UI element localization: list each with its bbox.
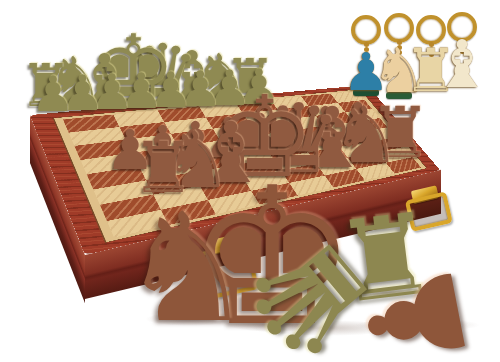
- product-photo-scene: ♜♞♝♛♚♝♞♜♟♟♟♟♟♟♟♟♟♟♟♟♟♟♟♟♜♞♝♛♚♝♞♜ ♞♚♛♜♟ ♟…: [0, 0, 500, 362]
- keychain-piece-bishop: ♝: [432, 32, 491, 98]
- piece-brass-pawn-h7: ♟: [31, 70, 75, 119]
